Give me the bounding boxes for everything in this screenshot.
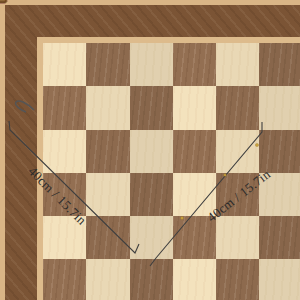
- square-b8: [86, 43, 129, 86]
- square-b3: [86, 259, 129, 300]
- square-b5: [86, 173, 129, 216]
- square-d6: [173, 130, 216, 173]
- chess-board: [0, 0, 300, 300]
- square-b7: [86, 86, 129, 129]
- square-c4: [130, 216, 173, 259]
- square-f7: [259, 86, 300, 129]
- square-f4: [259, 216, 300, 259]
- square-e8: [216, 43, 259, 86]
- square-f3: [259, 259, 300, 300]
- square-c8: [130, 43, 173, 86]
- square-b6: [86, 130, 129, 173]
- square-d8: [173, 43, 216, 86]
- square-f8: [259, 43, 300, 86]
- square-b4: [86, 216, 129, 259]
- square-a7: [43, 86, 86, 129]
- square-a3: [43, 259, 86, 300]
- square-e6: [216, 130, 259, 173]
- square-c3: [130, 259, 173, 300]
- square-a6: [43, 130, 86, 173]
- square-c5: [130, 173, 173, 216]
- square-e3: [216, 259, 259, 300]
- square-a8: [43, 43, 86, 86]
- square-e7: [216, 86, 259, 129]
- product-photo: ♜♞♝♛♚♝♞♜♟♟♟♟♟♟♟♟♟♟♟♟♟♟♟♟♜♞♝♛♚♝♞♜ 40cm / …: [0, 0, 300, 300]
- square-d7: [173, 86, 216, 129]
- square-d4: [173, 216, 216, 259]
- square-e4: [216, 216, 259, 259]
- square-c6: [130, 130, 173, 173]
- square-c7: [130, 86, 173, 129]
- square-d3: [173, 259, 216, 300]
- square-f6: [259, 130, 300, 173]
